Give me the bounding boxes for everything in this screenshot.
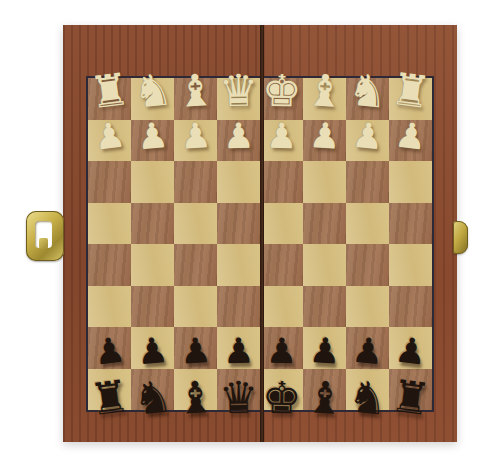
- square-a3[interactable]: [88, 161, 131, 203]
- square-e6[interactable]: [260, 286, 303, 328]
- white-queen-d1[interactable]: ♛: [218, 68, 258, 113]
- square-a1[interactable]: ♜: [88, 78, 131, 120]
- square-d7[interactable]: ♟: [217, 327, 260, 369]
- black-pawn-f7[interactable]: ♟: [308, 333, 341, 370]
- square-d4[interactable]: [217, 203, 260, 245]
- square-g8[interactable]: ♞: [346, 369, 389, 411]
- chess-box: ♜♞♝♛♚♝♞♜♟♟♟♟♟♟♟♟♟♟♟♟♟♟♟♟♜♞♝♛♚♝♞♜: [63, 25, 457, 442]
- square-b2[interactable]: ♟: [131, 120, 174, 162]
- square-c4[interactable]: [174, 203, 217, 245]
- black-pawn-a7[interactable]: ♟: [92, 332, 128, 371]
- square-a4[interactable]: [88, 203, 131, 245]
- fold-seam: [260, 25, 264, 442]
- square-h1[interactable]: ♜: [389, 78, 432, 120]
- white-knight-g1[interactable]: ♞: [346, 67, 389, 114]
- square-b4[interactable]: [131, 203, 174, 245]
- black-knight-g8[interactable]: ♞: [346, 375, 389, 422]
- square-h6[interactable]: [389, 286, 432, 328]
- white-king-e1[interactable]: ♚: [261, 68, 301, 113]
- black-pawn-b7[interactable]: ♟: [135, 333, 169, 371]
- square-b3[interactable]: [131, 161, 174, 203]
- square-b6[interactable]: [131, 286, 174, 328]
- square-a5[interactable]: [88, 244, 131, 286]
- square-d5[interactable]: [217, 244, 260, 286]
- square-h7[interactable]: ♟: [389, 327, 432, 369]
- square-f4[interactable]: [303, 203, 346, 245]
- white-bishop-f1[interactable]: ♝: [304, 68, 346, 114]
- square-c7[interactable]: ♟: [174, 327, 217, 369]
- white-pawn-b2[interactable]: ♟: [135, 117, 169, 155]
- square-g4[interactable]: [346, 203, 389, 245]
- square-e7[interactable]: ♟: [260, 327, 303, 369]
- square-c3[interactable]: [174, 161, 217, 203]
- white-rook-h1[interactable]: ♜: [388, 66, 433, 115]
- product-photo-background: ♜♞♝♛♚♝♞♜♟♟♟♟♟♟♟♟♟♟♟♟♟♟♟♟♜♞♝♛♚♝♞♜: [0, 0, 500, 468]
- square-f3[interactable]: [303, 161, 346, 203]
- square-e8[interactable]: ♚: [260, 369, 303, 411]
- square-f8[interactable]: ♝: [303, 369, 346, 411]
- square-g2[interactable]: ♟: [346, 120, 389, 162]
- square-d6[interactable]: [217, 286, 260, 328]
- black-pawn-d7[interactable]: ♟: [222, 334, 254, 370]
- black-bishop-f8[interactable]: ♝: [304, 375, 346, 421]
- white-pawn-c2[interactable]: ♟: [179, 118, 212, 155]
- square-g6[interactable]: [346, 286, 389, 328]
- square-c5[interactable]: [174, 244, 217, 286]
- square-g1[interactable]: ♞: [346, 78, 389, 120]
- square-e1[interactable]: ♚: [260, 78, 303, 120]
- square-g5[interactable]: [346, 244, 389, 286]
- white-knight-b1[interactable]: ♞: [131, 67, 174, 114]
- white-rook-a1[interactable]: ♜: [87, 66, 132, 115]
- square-f2[interactable]: ♟: [303, 120, 346, 162]
- square-a7[interactable]: ♟: [88, 327, 131, 369]
- square-d1[interactable]: ♛: [217, 78, 260, 120]
- square-h3[interactable]: [389, 161, 432, 203]
- black-rook-a8[interactable]: ♜: [87, 374, 132, 423]
- square-d3[interactable]: [217, 161, 260, 203]
- square-h5[interactable]: [389, 244, 432, 286]
- square-h8[interactable]: ♜: [389, 369, 432, 411]
- square-c1[interactable]: ♝: [174, 78, 217, 120]
- white-pawn-f2[interactable]: ♟: [308, 118, 341, 155]
- square-b1[interactable]: ♞: [131, 78, 174, 120]
- brass-clasp[interactable]: [26, 211, 64, 261]
- white-pawn-g2[interactable]: ♟: [350, 117, 384, 155]
- square-e3[interactable]: [260, 161, 303, 203]
- white-bishop-c1[interactable]: ♝: [175, 68, 217, 114]
- black-queen-d8[interactable]: ♛: [218, 376, 258, 421]
- white-pawn-a2[interactable]: ♟: [92, 117, 128, 156]
- square-g7[interactable]: ♟: [346, 327, 389, 369]
- square-f1[interactable]: ♝: [303, 78, 346, 120]
- square-b8[interactable]: ♞: [131, 369, 174, 411]
- square-a6[interactable]: [88, 286, 131, 328]
- square-c8[interactable]: ♝: [174, 369, 217, 411]
- square-h2[interactable]: ♟: [389, 120, 432, 162]
- white-pawn-h2[interactable]: ♟: [393, 117, 429, 156]
- clasp-hook: [39, 238, 48, 249]
- black-rook-h8[interactable]: ♜: [388, 374, 433, 423]
- square-f6[interactable]: [303, 286, 346, 328]
- square-d2[interactable]: ♟: [217, 120, 260, 162]
- square-b7[interactable]: ♟: [131, 327, 174, 369]
- brass-hinge: [453, 221, 468, 254]
- square-a2[interactable]: ♟: [88, 120, 131, 162]
- square-f5[interactable]: [303, 244, 346, 286]
- square-c2[interactable]: ♟: [174, 120, 217, 162]
- square-f7[interactable]: ♟: [303, 327, 346, 369]
- black-bishop-c8[interactable]: ♝: [175, 375, 217, 421]
- square-e5[interactable]: [260, 244, 303, 286]
- black-pawn-e7[interactable]: ♟: [265, 334, 297, 370]
- square-a8[interactable]: ♜: [88, 369, 131, 411]
- white-pawn-d2[interactable]: ♟: [222, 118, 254, 154]
- white-pawn-e2[interactable]: ♟: [265, 118, 297, 154]
- black-knight-b8[interactable]: ♞: [131, 375, 174, 422]
- square-g3[interactable]: [346, 161, 389, 203]
- square-h4[interactable]: [389, 203, 432, 245]
- square-c6[interactable]: [174, 286, 217, 328]
- square-b5[interactable]: [131, 244, 174, 286]
- black-pawn-h7[interactable]: ♟: [393, 332, 429, 371]
- square-e4[interactable]: [260, 203, 303, 245]
- black-king-e8[interactable]: ♚: [261, 376, 301, 421]
- black-pawn-g7[interactable]: ♟: [350, 333, 384, 371]
- square-d8[interactable]: ♛: [217, 369, 260, 411]
- square-e2[interactable]: ♟: [260, 120, 303, 162]
- black-pawn-c7[interactable]: ♟: [179, 333, 212, 370]
